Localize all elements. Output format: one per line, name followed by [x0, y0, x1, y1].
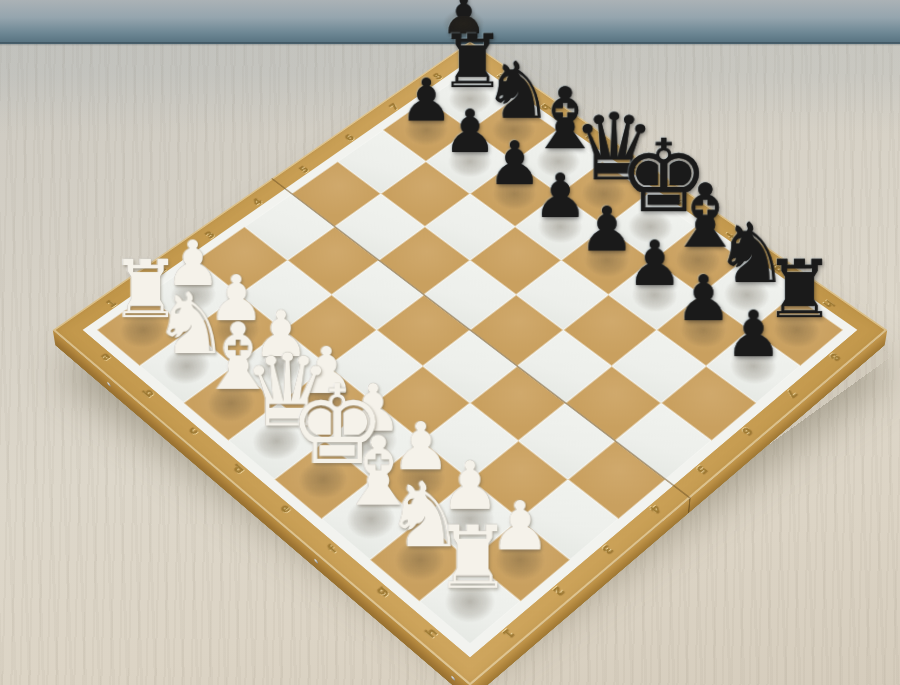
- chess-board: aa11bb22cc33dd44ee55ff66gg77hh88 ♜♞♝♛♚♝♞…: [53, 41, 887, 685]
- clasp-screw: [314, 558, 318, 564]
- white-rook-glyph: ♜: [434, 515, 506, 602]
- clasp-screw: [107, 381, 111, 387]
- fold-seam-edge: [688, 497, 691, 513]
- clasp-screw: [452, 675, 456, 681]
- piece-black-pawn-h7[interactable]: ♟: [706, 330, 800, 403]
- piece-white-rook-h1[interactable]: ♜: [419, 560, 521, 644]
- pieces-layer: ♜♞♝♛♚♝♞♜♟♟♟♟♟♟♟♟♟♟♟♟♟♟♟♟♜♞♝♛♚♝♞♜♟: [53, 41, 887, 685]
- black-pawn-glyph: ♟: [720, 302, 787, 366]
- scene: aa11bb22cc33dd44ee55ff66gg77hh88 ♜♞♝♛♚♝♞…: [0, 0, 900, 685]
